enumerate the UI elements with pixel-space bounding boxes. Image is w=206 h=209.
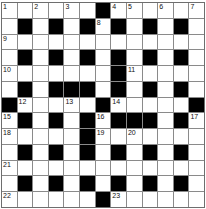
cell-r8c13[interactable]: 17 (189, 113, 204, 128)
clue-number: 9 (3, 35, 7, 43)
cell-r9c8[interactable] (111, 129, 126, 144)
black-cell-r6c5 (64, 82, 79, 97)
black-cell-r2c4 (49, 19, 64, 34)
clue-number: 21 (3, 161, 11, 169)
cell-r12c5[interactable] (64, 176, 79, 191)
black-cell-r7c1 (2, 98, 17, 113)
cell-r1c10[interactable] (143, 3, 158, 18)
cell-r4c1[interactable] (2, 50, 17, 65)
cell-r5c5[interactable] (64, 66, 79, 81)
cell-r2c11[interactable] (158, 19, 173, 34)
black-cell-r5c8 (111, 66, 126, 81)
cell-r13c11[interactable] (158, 192, 173, 207)
black-cell-r2c2 (18, 19, 33, 34)
cell-r12c3[interactable] (33, 176, 48, 191)
cell-r5c7[interactable] (96, 66, 111, 81)
cell-r1c8[interactable]: 4 (111, 3, 126, 18)
clue-number: 16 (97, 113, 105, 121)
cell-r9c5[interactable] (64, 129, 79, 144)
cell-r11c2[interactable] (18, 161, 33, 176)
black-cell-r10c6 (80, 145, 95, 160)
cell-r9c9[interactable]: 20 (127, 129, 142, 144)
cell-r3c6[interactable] (80, 35, 95, 50)
cell-r3c8[interactable] (111, 35, 126, 50)
cell-r13c9[interactable] (127, 192, 142, 207)
clue-number: 10 (3, 66, 11, 74)
black-cell-r8c2 (18, 113, 33, 128)
cell-r10c3[interactable] (33, 145, 48, 160)
cell-r5c1[interactable]: 10 (2, 66, 17, 81)
black-cell-r12c4 (49, 176, 64, 191)
cell-r13c6[interactable] (80, 192, 95, 207)
cell-r7c4[interactable] (49, 98, 64, 113)
cell-r2c7[interactable]: 8 (96, 19, 111, 34)
black-cell-r2c6 (80, 19, 95, 34)
cell-r7c9[interactable] (127, 98, 142, 113)
black-cell-r4c2 (18, 50, 33, 65)
black-cell-r8c8 (111, 113, 126, 128)
black-cell-r12c12 (174, 176, 189, 191)
cell-r4c7[interactable] (96, 50, 111, 65)
clue-number: 23 (112, 192, 120, 200)
clue-number: 17 (190, 113, 198, 121)
clue-number: 6 (159, 3, 163, 11)
cell-r1c9[interactable]: 5 (127, 3, 142, 18)
cell-r1c5[interactable]: 3 (64, 3, 79, 18)
cell-r7c8[interactable]: 14 (111, 98, 126, 113)
cell-r4c9[interactable] (127, 50, 142, 65)
cell-r6c7[interactable] (96, 82, 111, 97)
cell-r9c4[interactable] (49, 129, 64, 144)
cell-r11c5[interactable] (64, 161, 79, 176)
cell-r1c12[interactable] (174, 3, 189, 18)
black-cell-r6c12 (174, 82, 189, 97)
cell-r7c6[interactable] (80, 98, 95, 113)
cell-r3c9[interactable] (127, 35, 142, 50)
cell-r7c11[interactable] (158, 98, 173, 113)
cell-r13c13[interactable] (189, 192, 204, 207)
cell-r5c4[interactable] (49, 66, 64, 81)
cell-r2c1[interactable] (2, 19, 17, 34)
cell-r11c6[interactable] (80, 161, 95, 176)
cell-r9c2[interactable] (18, 129, 33, 144)
cell-r3c4[interactable] (49, 35, 64, 50)
clue-number: 19 (97, 129, 105, 137)
clue-number: 4 (112, 3, 116, 11)
cell-r7c3[interactable] (33, 98, 48, 113)
black-cell-r2c12 (174, 19, 189, 34)
clue-number: 18 (3, 129, 11, 137)
cell-r11c1[interactable]: 21 (2, 161, 17, 176)
cell-r9c10[interactable] (143, 129, 158, 144)
black-cell-r6c2 (18, 82, 33, 97)
cell-r12c11[interactable] (158, 176, 173, 191)
cell-r10c1[interactable] (2, 145, 17, 160)
cell-r11c11[interactable] (158, 161, 173, 176)
cell-r3c11[interactable] (158, 35, 173, 50)
cell-r5c12[interactable] (174, 66, 189, 81)
cell-r9c11[interactable] (158, 129, 173, 144)
cell-r4c3[interactable] (33, 50, 48, 65)
black-cell-r12c2 (18, 176, 33, 191)
black-cell-r10c10 (143, 145, 158, 160)
cell-r9c13[interactable] (189, 129, 204, 144)
cell-r6c9[interactable] (127, 82, 142, 97)
cell-r1c1[interactable]: 1 (2, 3, 17, 18)
cell-r12c7[interactable] (96, 176, 111, 191)
black-cell-r2c8 (111, 19, 126, 34)
cell-r9c7[interactable]: 19 (96, 129, 111, 144)
cell-r8c3[interactable] (33, 113, 48, 128)
cell-r3c12[interactable] (174, 35, 189, 50)
cell-r8c5[interactable] (64, 113, 79, 128)
cell-r5c13[interactable] (189, 66, 204, 81)
cell-r6c1[interactable] (2, 82, 17, 97)
cell-r10c5[interactable] (64, 145, 79, 160)
black-cell-r13c7 (96, 192, 111, 207)
cell-r13c4[interactable] (49, 192, 64, 207)
black-cell-r10c2 (18, 145, 33, 160)
cell-r8c7[interactable]: 16 (96, 113, 111, 128)
cell-r5c10[interactable] (143, 66, 158, 81)
black-cell-r6c10 (143, 82, 158, 97)
clue-number: 3 (65, 3, 69, 11)
black-cell-r10c8 (111, 145, 126, 160)
black-cell-r8c4 (49, 113, 64, 128)
clue-number: 7 (190, 3, 194, 11)
cell-r3c1[interactable]: 9 (2, 35, 17, 50)
clue-number: 12 (19, 98, 27, 106)
clue-number: 8 (97, 19, 101, 27)
cell-r13c12[interactable] (174, 192, 189, 207)
cell-r4c11[interactable] (158, 50, 173, 65)
cell-r7c5[interactable]: 13 (64, 98, 79, 113)
cell-r7c2[interactable]: 12 (18, 98, 33, 113)
black-cell-r7c13 (189, 98, 204, 113)
black-cell-r8c10 (143, 113, 158, 128)
cell-r9c1[interactable]: 18 (2, 129, 17, 144)
cell-r4c13[interactable] (189, 50, 204, 65)
cell-r5c3[interactable] (33, 66, 48, 81)
cell-r1c6[interactable] (80, 3, 95, 18)
cell-r7c12[interactable] (174, 98, 189, 113)
cell-r3c3[interactable] (33, 35, 48, 50)
cell-r11c12[interactable] (174, 161, 189, 176)
black-cell-r12c8 (111, 176, 126, 191)
cell-r5c11[interactable] (158, 66, 173, 81)
cell-r3c13[interactable] (189, 35, 204, 50)
clue-number: 20 (128, 129, 136, 137)
cell-r8c11[interactable] (158, 113, 173, 128)
black-cell-r6c4 (49, 82, 64, 97)
cell-r10c9[interactable] (127, 145, 142, 160)
cell-r11c3[interactable] (33, 161, 48, 176)
black-cell-r10c4 (49, 145, 64, 160)
cell-r13c3[interactable] (33, 192, 48, 207)
cell-r1c2[interactable] (18, 3, 33, 18)
cell-r3c10[interactable] (143, 35, 158, 50)
cell-r13c1[interactable]: 22 (2, 192, 17, 207)
black-cell-r8c9 (127, 113, 142, 128)
black-cell-r12c10 (143, 176, 158, 191)
cell-r1c3[interactable]: 2 (33, 3, 48, 18)
cell-r11c9[interactable] (127, 161, 142, 176)
cell-r3c5[interactable] (64, 35, 79, 50)
cell-r2c3[interactable] (33, 19, 48, 34)
cell-r2c9[interactable] (127, 19, 142, 34)
cell-r13c2[interactable] (18, 192, 33, 207)
clue-number: 5 (128, 3, 132, 11)
crossword-grid: 1234567891011121314151617181920212223 (1, 2, 205, 208)
cell-r6c13[interactable] (189, 82, 204, 97)
black-cell-r4c10 (143, 50, 158, 65)
black-cell-r6c6 (80, 82, 95, 97)
black-cell-r8c12 (174, 113, 189, 128)
clue-number: 11 (128, 66, 135, 74)
black-cell-r4c12 (174, 50, 189, 65)
cell-r5c9[interactable]: 11 (127, 66, 142, 81)
cell-r11c10[interactable] (143, 161, 158, 176)
black-cell-r4c4 (49, 50, 64, 65)
cell-r3c2[interactable] (18, 35, 33, 50)
black-cell-r10c12 (174, 145, 189, 160)
cell-r10c11[interactable] (158, 145, 173, 160)
cell-r3c7[interactable] (96, 35, 111, 50)
cell-r8c1[interactable]: 15 (2, 113, 17, 128)
cell-r1c4[interactable] (49, 3, 64, 18)
cell-r13c8[interactable]: 23 (111, 192, 126, 207)
cell-r12c9[interactable] (127, 176, 142, 191)
clue-number: 2 (34, 3, 38, 11)
cell-r9c3[interactable] (33, 129, 48, 144)
cell-r10c13[interactable] (189, 145, 204, 160)
black-cell-r4c8 (111, 50, 126, 65)
black-cell-r9c6 (80, 129, 95, 144)
clue-number: 15 (3, 113, 11, 121)
cell-r9c12[interactable] (174, 129, 189, 144)
cell-r1c13[interactable]: 7 (189, 3, 204, 18)
black-cell-r2c10 (143, 19, 158, 34)
cell-r5c6[interactable] (80, 66, 95, 81)
black-cell-r7c7 (96, 98, 111, 113)
cell-r11c4[interactable] (49, 161, 64, 176)
black-cell-r1c7 (96, 3, 111, 18)
cell-r2c5[interactable] (64, 19, 79, 34)
clue-number: 14 (112, 98, 120, 106)
crossword-puzzle: 1234567891011121314151617181920212223 (0, 0, 206, 209)
black-cell-r12c6 (80, 176, 95, 191)
cell-r5c2[interactable] (18, 66, 33, 81)
cell-r6c11[interactable] (158, 82, 173, 97)
cell-r12c13[interactable] (189, 176, 204, 191)
cell-r10c7[interactable] (96, 145, 111, 160)
cell-r1c11[interactable]: 6 (158, 3, 173, 18)
cell-r11c8[interactable] (111, 161, 126, 176)
cell-r13c10[interactable] (143, 192, 158, 207)
cell-r4c5[interactable] (64, 50, 79, 65)
cell-r12c1[interactable] (2, 176, 17, 191)
cell-r13c5[interactable] (64, 192, 79, 207)
clue-number: 13 (65, 98, 73, 106)
cell-r7c10[interactable] (143, 98, 158, 113)
black-cell-r8c6 (80, 113, 95, 128)
cell-r11c13[interactable] (189, 161, 204, 176)
black-cell-r4c6 (80, 50, 95, 65)
black-cell-r6c8 (111, 82, 126, 97)
clue-number: 1 (3, 3, 7, 11)
clue-number: 22 (3, 192, 11, 200)
cell-r11c7[interactable] (96, 161, 111, 176)
cell-r2c13[interactable] (189, 19, 204, 34)
cell-r6c3[interactable] (33, 82, 48, 97)
